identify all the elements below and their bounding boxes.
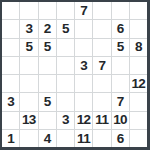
empty-cell[interactable] (93, 130, 110, 147)
clue-cell[interactable]: 1 (2, 130, 19, 147)
empty-cell[interactable] (75, 20, 92, 37)
empty-cell[interactable] (20, 2, 37, 19)
puzzle-board: 732565558371235713312111014116 (0, 0, 150, 150)
clue-cell[interactable]: 2 (39, 20, 56, 37)
empty-cell[interactable] (75, 39, 92, 56)
empty-cell[interactable] (2, 20, 19, 37)
empty-cell[interactable] (57, 130, 74, 147)
empty-cell[interactable] (93, 2, 110, 19)
empty-cell[interactable] (112, 75, 129, 92)
clue-cell[interactable]: 7 (93, 57, 110, 74)
clue-cell[interactable]: 7 (75, 2, 92, 19)
clue-cell[interactable]: 3 (75, 57, 92, 74)
clue-cell[interactable]: 6 (112, 130, 129, 147)
clue-cell[interactable]: 12 (130, 75, 147, 92)
empty-cell[interactable] (57, 75, 74, 92)
empty-cell[interactable] (112, 57, 129, 74)
clue-cell[interactable]: 8 (130, 39, 147, 56)
empty-cell[interactable] (130, 57, 147, 74)
empty-cell[interactable] (57, 93, 74, 110)
empty-cell[interactable] (93, 39, 110, 56)
empty-cell[interactable] (130, 130, 147, 147)
empty-cell[interactable] (2, 75, 19, 92)
empty-cell[interactable] (20, 57, 37, 74)
clue-cell[interactable]: 3 (57, 112, 74, 129)
empty-cell[interactable] (93, 20, 110, 37)
empty-cell[interactable] (57, 57, 74, 74)
empty-cell[interactable] (20, 130, 37, 147)
empty-cell[interactable] (20, 75, 37, 92)
empty-cell[interactable] (39, 57, 56, 74)
empty-cell[interactable] (39, 2, 56, 19)
empty-cell[interactable] (112, 2, 129, 19)
clue-cell[interactable]: 12 (75, 112, 92, 129)
empty-cell[interactable] (130, 112, 147, 129)
empty-cell[interactable] (2, 39, 19, 56)
empty-cell[interactable] (75, 75, 92, 92)
clue-cell[interactable]: 7 (112, 93, 129, 110)
empty-cell[interactable] (130, 20, 147, 37)
clue-cell[interactable]: 11 (75, 130, 92, 147)
clue-cell[interactable]: 6 (112, 20, 129, 37)
empty-cell[interactable] (130, 93, 147, 110)
clue-cell[interactable]: 11 (93, 112, 110, 129)
clue-cell[interactable]: 3 (20, 20, 37, 37)
clue-cell[interactable]: 5 (39, 39, 56, 56)
clue-cell[interactable]: 13 (20, 112, 37, 129)
clue-cell[interactable]: 5 (20, 39, 37, 56)
clue-cell[interactable]: 3 (2, 93, 19, 110)
empty-cell[interactable] (93, 75, 110, 92)
clue-cell[interactable]: 5 (57, 20, 74, 37)
empty-cell[interactable] (130, 2, 147, 19)
empty-cell[interactable] (2, 112, 19, 129)
empty-cell[interactable] (93, 93, 110, 110)
empty-cell[interactable] (2, 2, 19, 19)
empty-cell[interactable] (75, 93, 92, 110)
clue-cell[interactable]: 10 (112, 112, 129, 129)
empty-cell[interactable] (57, 39, 74, 56)
empty-cell[interactable] (20, 93, 37, 110)
empty-cell[interactable] (2, 57, 19, 74)
empty-cell[interactable] (57, 2, 74, 19)
empty-cell[interactable] (39, 112, 56, 129)
clue-cell[interactable]: 5 (112, 39, 129, 56)
empty-cell[interactable] (39, 75, 56, 92)
clue-cell[interactable]: 5 (39, 93, 56, 110)
clue-cell[interactable]: 4 (39, 130, 56, 147)
